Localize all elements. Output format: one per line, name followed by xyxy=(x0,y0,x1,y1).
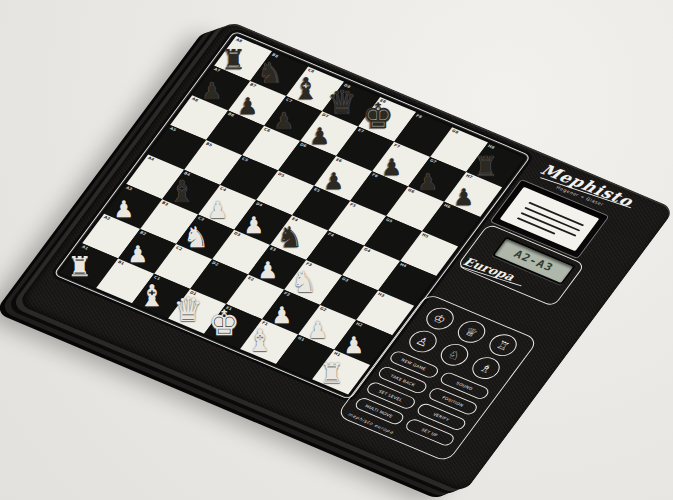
square-coordinate-label: G6 xyxy=(407,188,415,194)
square-coordinate-label: F5 xyxy=(349,202,357,207)
square-coordinate-label: G2 xyxy=(319,306,327,312)
square-coordinate-label: A4 xyxy=(147,156,155,162)
square-coordinate-label: G4 xyxy=(363,247,371,253)
square-coordinate-label: E2 xyxy=(247,276,255,281)
card-line xyxy=(528,202,584,227)
square-coordinate-label: B6 xyxy=(227,112,235,118)
white-rook-a1[interactable]: ♜ xyxy=(60,253,100,280)
white-queen-d1[interactable]: ♛ xyxy=(168,293,208,326)
queen-piece-button[interactable]: ♕ xyxy=(453,317,491,346)
square-coordinate-label: B7 xyxy=(249,82,257,88)
square-coordinate-label: H3 xyxy=(377,292,385,298)
mephisto-chess-computer: A8♜B8♞C8♝D8♛E8♚F8G8H8♜A7♟B7♟C7♟D7♟E7F7♟G… xyxy=(17,20,673,493)
square-coordinate-label: A1 xyxy=(81,245,89,251)
square-coordinate-label: E6 xyxy=(335,158,343,163)
square-coordinate-label: H5 xyxy=(421,233,429,239)
square-coordinate-label: F7 xyxy=(393,143,401,148)
square-coordinate-label: D6 xyxy=(299,142,307,148)
square-coordinate-label: G8 xyxy=(451,129,459,135)
square-coordinate-label: B5 xyxy=(205,142,213,148)
square-coordinate-label: D4 xyxy=(255,202,263,208)
square-coordinate-label: D2 xyxy=(211,261,219,267)
square-coordinate-label: C7 xyxy=(285,98,293,103)
square-coordinate-label: E5 xyxy=(313,187,321,192)
square-coordinate-label: C2 xyxy=(175,246,183,251)
square-coordinate-label: A3 xyxy=(125,186,133,192)
photo-backdrop: A8♜B8♞C8♝D8♛E8♚F8G8H8♜A7♟B7♟C7♟D7♟E7F7♟G… xyxy=(0,0,673,500)
square-coordinate-label: F2 xyxy=(283,291,291,296)
square-coordinate-label: H2 xyxy=(355,322,363,328)
square-coordinate-label: G1 xyxy=(297,336,305,342)
square-coordinate-label: C5 xyxy=(241,157,249,162)
square-coordinate-label: C4 xyxy=(219,186,227,191)
white-king-e1[interactable]: ♚ xyxy=(204,306,244,341)
square-coordinate-label: H7 xyxy=(465,174,473,180)
square-coordinate-label: H6 xyxy=(443,203,451,209)
square-coordinate-label: A7 xyxy=(213,67,221,73)
rook-piece-button[interactable]: ♖ xyxy=(484,331,522,360)
square-coordinate-label: B1 xyxy=(117,260,125,266)
square-coordinate-label: H1 xyxy=(333,351,341,357)
bishop-piece-button[interactable]: ♗ xyxy=(467,354,505,383)
square-coordinate-label: A6 xyxy=(191,97,199,103)
square-coordinate-label: B2 xyxy=(139,230,147,236)
white-bishop-c1[interactable]: ♝ xyxy=(132,281,172,311)
square-coordinate-label: G5 xyxy=(385,218,393,224)
square-coordinate-label: F4 xyxy=(327,232,335,237)
square-coordinate-label: E3 xyxy=(269,246,277,251)
square-coordinate-label: G7 xyxy=(429,158,437,164)
square-coordinate-label: A5 xyxy=(169,126,177,132)
white-rook-h1[interactable]: ♜ xyxy=(312,360,352,387)
square-coordinate-label: H4 xyxy=(399,262,407,268)
pawn-piece-button[interactable]: ♙ xyxy=(404,327,442,356)
square-coordinate-label: D7 xyxy=(321,113,329,119)
square-coordinate-label: G3 xyxy=(341,277,349,283)
square-coordinate-label: H8 xyxy=(487,144,495,150)
white-bishop-f1[interactable]: ♝ xyxy=(240,326,280,356)
knight-piece-button[interactable]: ♘ xyxy=(436,340,474,369)
square-coordinate-label: C6 xyxy=(263,127,271,132)
square-coordinate-label: F6 xyxy=(371,173,379,178)
square-coordinate-label: F8 xyxy=(415,114,423,119)
king-piece-button[interactable]: ♔ xyxy=(421,304,459,333)
square-coordinate-label: A2 xyxy=(103,215,111,221)
square-coordinate-label: D5 xyxy=(277,172,285,178)
square-coordinate-label: E7 xyxy=(357,128,365,133)
square-coordinate-label: A8 xyxy=(235,38,243,44)
square-coordinate-label: D3 xyxy=(233,231,241,237)
square-coordinate-label: B3 xyxy=(161,201,169,207)
